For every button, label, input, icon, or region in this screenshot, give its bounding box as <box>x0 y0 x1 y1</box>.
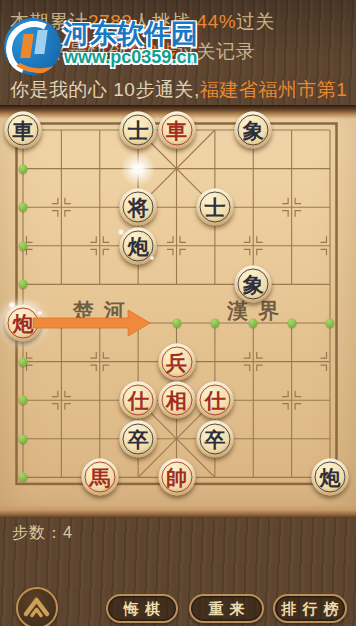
piece-black-advisor[interactable]: 士 <box>196 189 233 226</box>
piece-black-soldier[interactable]: 卒 <box>120 420 157 457</box>
step-counter-value: 4 <box>63 524 73 541</box>
piece-black-cannon[interactable]: 炮 <box>312 459 349 496</box>
expand-menu-button[interactable] <box>16 587 58 626</box>
legal-move-dot[interactable] <box>19 241 28 250</box>
header-text-segment: 过关 <box>236 11 275 32</box>
board-grid <box>0 105 356 518</box>
legal-move-dot[interactable] <box>19 473 28 482</box>
piece-red-cannon[interactable]: 炮 <box>5 305 42 342</box>
step-counter: 步数：4 <box>12 523 73 544</box>
sparkle-effect <box>38 311 43 316</box>
header-text-segment: 2783 <box>88 11 132 32</box>
legal-move-dot[interactable] <box>210 319 219 328</box>
step-counter-label: 步数： <box>12 524 63 541</box>
legal-move-dot[interactable] <box>19 396 28 405</box>
piece-black-elephant[interactable]: 象 <box>235 266 272 303</box>
legal-move-dot[interactable] <box>19 280 28 289</box>
piece-red-advisor[interactable]: 仕 <box>196 382 233 419</box>
header-text-segment: 44% <box>197 11 237 32</box>
header-text-segment: 赵根平最快创造 <box>10 41 147 62</box>
last-move-glow <box>121 152 155 186</box>
xiangqi-board[interactable]: 楚河 漢界 車士車象将士炮象炮兵仕相仕卒卒馬帥炮 <box>0 105 356 518</box>
piece-red-chariot[interactable]: 車 <box>158 112 195 149</box>
legal-move-dot[interactable] <box>249 319 258 328</box>
piece-red-advisor[interactable]: 仕 <box>120 382 157 419</box>
sparkle-effect <box>118 229 125 236</box>
piece-black-advisor[interactable]: 士 <box>120 112 157 149</box>
header-text-segment: 你是我的心 10步通关, <box>10 79 200 100</box>
legal-move-dot[interactable] <box>19 164 28 173</box>
leaderboard-button[interactable]: 排行榜 <box>273 594 347 623</box>
legal-move-dot[interactable] <box>95 319 104 328</box>
chevron-up-icon <box>18 589 55 626</box>
piece-red-soldier[interactable]: 兵 <box>158 343 195 380</box>
header-text-segment: 本期累计 <box>10 11 88 32</box>
piece-black-elephant[interactable]: 象 <box>235 112 272 149</box>
header-text-segment: 8步 <box>147 41 178 62</box>
legal-move-dot[interactable] <box>287 319 296 328</box>
piece-black-soldier[interactable]: 卒 <box>196 420 233 457</box>
piece-red-elephant[interactable]: 相 <box>158 382 195 419</box>
legal-move-dot[interactable] <box>19 434 28 443</box>
piece-red-general[interactable]: 帥 <box>158 459 195 496</box>
legal-move-dot[interactable] <box>19 357 28 366</box>
app-screen: 本期累计2783人挑战,44%过关 赵根平最快创造8步过关记录 你是我的心 10… <box>0 0 356 626</box>
piece-red-horse[interactable]: 馬 <box>81 459 118 496</box>
piece-black-general[interactable]: 将 <box>120 189 157 226</box>
sparkle-effect <box>150 256 155 261</box>
header-record-line: 赵根平最快创造8步过关记录 <box>10 39 255 65</box>
restart-button[interactable]: 重来 <box>189 594 264 623</box>
undo-button[interactable]: 悔棋 <box>106 594 178 623</box>
header-text-segment: 过关记录 <box>177 41 255 62</box>
legal-move-dot[interactable] <box>19 203 28 212</box>
legal-move-dot[interactable] <box>326 319 335 328</box>
legal-move-dot[interactable] <box>172 319 181 328</box>
header-stats-line: 本期累计2783人挑战,44%过关 <box>10 9 275 35</box>
header-rank-line: 你是我的心 10步通关,福建省福州市第1 <box>10 77 347 103</box>
sparkle-effect <box>8 301 16 309</box>
header-text-segment: 人挑战, <box>132 11 196 32</box>
legal-move-dot[interactable] <box>57 319 66 328</box>
piece-black-chariot[interactable]: 車 <box>5 112 42 149</box>
header-text-segment: 福建省福州市第1 <box>200 79 348 100</box>
legal-move-dot[interactable] <box>134 319 143 328</box>
